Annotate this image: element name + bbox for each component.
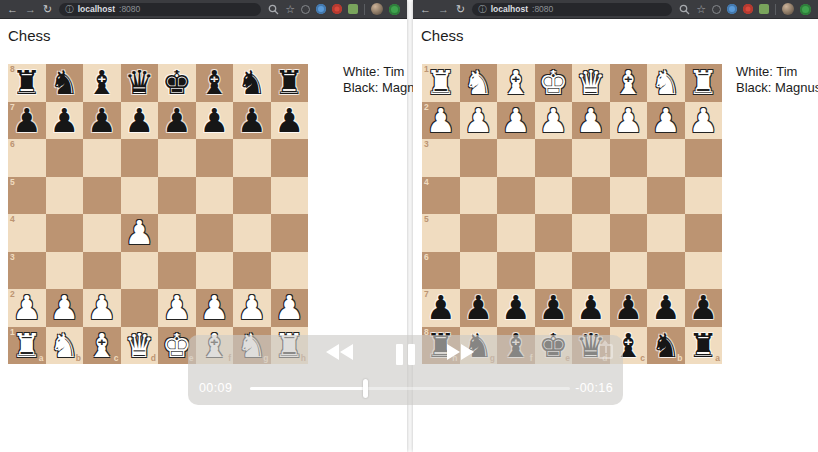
square-b8[interactable]: ♞ [46,64,84,102]
square-f4[interactable] [497,177,535,215]
square-d1[interactable]: ♛ [572,64,610,102]
seek-slider[interactable] [250,387,570,390]
square-e7[interactable]: ♟ [158,102,196,140]
square-a2[interactable]: 2♟ [8,289,46,327]
square-a1[interactable]: ♜ [685,64,723,102]
rank-label: 4 [424,178,429,187]
piece-black-pawn[interactable]: ♟ [196,102,234,140]
white-player-label: White: Tim [736,64,818,80]
square-g7[interactable]: ♟ [233,102,271,140]
square-c4[interactable] [83,214,121,252]
square-b5[interactable] [647,214,685,252]
square-f6[interactable] [196,139,234,177]
square-d4[interactable]: ♟ [121,214,159,252]
piece-black-pawn[interactable]: ♟ [572,289,610,327]
pause-icon [396,344,403,365]
page-title: Chess [8,27,51,44]
piece-white-queen[interactable]: ♛ [572,64,610,102]
square-b8[interactable]: b♞ [647,327,685,365]
square-g4[interactable] [233,214,271,252]
back-button[interactable]: ← [7,0,18,19]
square-f4[interactable] [196,214,234,252]
piece-white-pawn[interactable]: ♟ [460,102,498,140]
search-icon[interactable] [268,4,279,15]
piece-black-knight[interactable]: ♞ [233,64,271,102]
chess-board-black-view[interactable]: 1♜♞♝♚♛♝♞♜2♟♟♟♟♟♟♟♟34567♟♟♟♟♟♟♟♟8h♜g♞f♝e♚… [422,64,722,364]
square-g6[interactable] [460,252,498,290]
square-a8[interactable]: 8♜ [8,64,46,102]
elapsed-time: 00:09 [199,381,232,395]
square-e3[interactable] [158,252,196,290]
forward-button[interactable]: → [25,0,36,19]
profile-avatar[interactable] [782,3,794,15]
piece-white-pawn[interactable]: ♟ [647,102,685,140]
piece-white-pawn[interactable]: ♟ [8,289,46,327]
square-c3[interactable] [610,139,648,177]
piece-black-pawn[interactable]: ♟ [46,102,84,140]
piece-black-rook[interactable]: ♜ [8,64,46,102]
square-a8[interactable]: a♜ [685,327,723,365]
piece-black-pawn[interactable]: ♟ [610,289,648,327]
square-d2[interactable]: ♟ [572,102,610,140]
rank-label: 3 [424,140,429,149]
piece-white-rook[interactable]: ♜ [422,64,460,102]
piece-black-rook[interactable]: ♜ [685,327,723,365]
square-c3[interactable] [83,252,121,290]
square-c1[interactable]: c♝ [83,327,121,365]
square-a7[interactable]: 7♟ [8,102,46,140]
square-b2[interactable]: ♟ [647,102,685,140]
square-d5[interactable] [572,214,610,252]
square-d6[interactable] [121,139,159,177]
playback-slider-row: 00:09 -00:16 [188,379,623,401]
square-f7[interactable]: ♟ [196,102,234,140]
seek-fill [250,387,365,390]
black-player-label: Black: Magnus [736,80,818,96]
square-a5[interactable] [685,214,723,252]
piece-white-pawn[interactable]: ♟ [610,102,648,140]
piece-black-queen[interactable]: ♛ [121,64,159,102]
piece-white-knight[interactable]: ♞ [647,64,685,102]
remaining-time: -00:16 [575,381,613,395]
rank-label: 4 [10,215,15,224]
piece-white-king[interactable]: ♚ [535,64,573,102]
piece-white-pawn[interactable]: ♟ [83,289,121,327]
fast-forward-icon [447,344,460,360]
square-e3[interactable] [535,139,573,177]
piece-white-pawn[interactable]: ♟ [196,289,234,327]
browser-toolbar: ← → ↻ ⓘ localhost:8080 ☆ [0,0,407,19]
square-e4[interactable] [158,214,196,252]
extension-red-icon[interactable] [743,4,753,14]
piece-black-pawn[interactable]: ♟ [422,289,460,327]
fast-forward-button[interactable] [446,344,474,360]
piece-black-pawn[interactable]: ♟ [685,289,723,327]
bookmark-star-icon[interactable]: ☆ [696,0,706,19]
player-names: White: Tim Black: Magnus [736,64,818,96]
piece-black-pawn[interactable]: ♟ [647,289,685,327]
square-h5[interactable]: 5 [422,214,460,252]
piece-white-pawn[interactable]: ♟ [271,289,309,327]
square-c2[interactable]: ♟ [610,102,648,140]
chess-board-white-view[interactable]: 8♜♞♝♛♚♝♞♜7♟♟♟♟♟♟♟♟654♟32♟♟♟♟♟♟♟1a♜b♞c♝d♛… [8,64,308,364]
rewind-icon [340,344,353,360]
url-port: :8080 [532,4,553,14]
piece-black-pawn[interactable]: ♟ [8,102,46,140]
square-a4[interactable] [685,177,723,215]
piece-white-knight[interactable]: ♞ [460,64,498,102]
square-e7[interactable]: ♟ [535,289,573,327]
extension-green-icon[interactable] [348,4,358,14]
rank-label: 5 [10,178,15,187]
square-e5[interactable] [158,177,196,215]
square-g2[interactable]: ♟ [233,289,271,327]
piece-white-pawn[interactable]: ♟ [233,289,271,327]
piece-black-pawn[interactable]: ♟ [158,102,196,140]
square-f5[interactable] [196,177,234,215]
share-button[interactable] [598,342,613,359]
square-f2[interactable]: ♟ [196,289,234,327]
piece-black-knight[interactable]: ♞ [46,64,84,102]
extension-gray-icon[interactable] [301,5,310,14]
square-d1[interactable]: d♛ [121,327,159,365]
extension-gray-icon[interactable] [712,5,721,14]
square-h3[interactable] [271,252,309,290]
bookmark-star-icon[interactable]: ☆ [285,0,295,19]
square-f8[interactable]: ♝ [196,64,234,102]
extension-red-icon[interactable] [332,4,342,14]
square-h7[interactable]: 7♟ [422,289,460,327]
square-b7[interactable]: ♟ [46,102,84,140]
square-b6[interactable] [46,139,84,177]
square-a6[interactable]: 6 [8,139,46,177]
piece-white-pawn[interactable]: ♟ [158,289,196,327]
square-d8[interactable]: ♛ [121,64,159,102]
square-b6[interactable] [647,252,685,290]
piece-black-pawn[interactable]: ♟ [83,102,121,140]
square-a4[interactable]: 4 [8,214,46,252]
reload-button[interactable]: ↻ [456,0,465,19]
square-b5[interactable] [46,177,84,215]
square-b1[interactable]: ♞ [647,64,685,102]
slider-handle[interactable] [363,379,368,398]
pause-button[interactable] [396,344,415,365]
piece-white-pawn[interactable]: ♟ [497,102,535,140]
square-e2[interactable]: ♟ [158,289,196,327]
piece-white-pawn[interactable]: ♟ [572,102,610,140]
piece-black-knight[interactable]: ♞ [647,327,685,365]
square-b2[interactable]: ♟ [46,289,84,327]
square-e8[interactable]: ♚ [158,64,196,102]
square-b1[interactable]: b♞ [46,327,84,365]
square-g6[interactable] [233,139,271,177]
square-h8[interactable]: ♜ [271,64,309,102]
square-d4[interactable] [572,177,610,215]
square-e5[interactable] [535,214,573,252]
square-c5[interactable] [610,214,648,252]
piece-black-rook[interactable]: ♜ [271,64,309,102]
square-h6[interactable] [271,139,309,177]
piece-black-bishop[interactable]: ♝ [83,64,121,102]
square-c4[interactable] [610,177,648,215]
square-h2[interactable]: ♟ [271,289,309,327]
toolbar-icon-cluster: ☆ [679,0,811,19]
rank-label: 3 [10,253,15,262]
piece-white-rook[interactable]: ♜ [685,64,723,102]
rank-label: 6 [424,253,429,262]
square-a3[interactable]: 3 [8,252,46,290]
square-c7[interactable]: ♟ [83,102,121,140]
square-h3[interactable]: 3 [422,139,460,177]
square-b4[interactable] [647,177,685,215]
piece-black-pawn[interactable]: ♟ [460,289,498,327]
rank-label: 6 [10,140,15,149]
piece-white-pawn[interactable]: ♟ [685,102,723,140]
square-a1[interactable]: 1a♜ [8,327,46,365]
piece-black-pawn[interactable]: ♟ [497,289,535,327]
square-g1[interactable]: ♞ [460,64,498,102]
square-d7[interactable]: ♟ [572,289,610,327]
page-title: Chess [421,27,464,44]
square-d2[interactable] [121,289,159,327]
extension-blue-icon[interactable] [316,4,326,14]
square-g8[interactable]: ♞ [233,64,271,102]
square-g5[interactable] [233,177,271,215]
piece-white-pawn[interactable]: ♟ [121,214,159,252]
square-c7[interactable]: ♟ [610,289,648,327]
address-bar[interactable]: ⓘ localhost:8080 [472,3,672,16]
piece-white-bishop[interactable]: ♝ [83,327,121,365]
square-e6[interactable] [158,139,196,177]
extension-blue-icon[interactable] [727,4,737,14]
video-player-overlay: 00:09 -00:16 [188,335,623,405]
piece-white-rook[interactable]: ♜ [8,327,46,365]
piece-white-bishop[interactable]: ♝ [497,64,535,102]
piece-white-queen[interactable]: ♛ [121,327,159,365]
square-b3[interactable] [647,139,685,177]
square-b7[interactable]: ♟ [647,289,685,327]
square-c8[interactable]: ♝ [83,64,121,102]
toolbar-icon-cluster: ☆ [268,0,400,19]
square-f5[interactable] [497,214,535,252]
square-f2[interactable]: ♟ [497,102,535,140]
square-e1[interactable]: ♚ [535,64,573,102]
browser-toolbar: ← → ↻ ⓘ localhost:8080 ☆ [413,0,818,19]
piece-black-pawn[interactable]: ♟ [121,102,159,140]
share-icon [602,340,608,344]
square-h4[interactable]: 4 [422,177,460,215]
square-a7[interactable]: ♟ [685,289,723,327]
account-green-icon[interactable] [389,4,400,15]
square-e2[interactable]: ♟ [535,102,573,140]
square-d7[interactable]: ♟ [121,102,159,140]
square-c6[interactable] [610,252,648,290]
square-f3[interactable] [497,139,535,177]
piece-white-pawn[interactable]: ♟ [422,102,460,140]
square-f7[interactable]: ♟ [497,289,535,327]
square-g2[interactable]: ♟ [460,102,498,140]
piece-black-pawn[interactable]: ♟ [535,289,573,327]
square-f6[interactable] [497,252,535,290]
rank-label: 5 [424,215,429,224]
square-d3[interactable] [572,139,610,177]
page-info-icon[interactable]: ⓘ [65,3,74,16]
square-d6[interactable] [572,252,610,290]
piece-white-knight[interactable]: ♞ [46,327,84,365]
square-d3[interactable] [121,252,159,290]
address-bar[interactable]: ⓘ localhost:8080 [59,3,261,16]
fast-forward-icon [461,344,474,360]
piece-white-bishop[interactable]: ♝ [610,64,648,102]
extension-green-icon[interactable] [759,4,769,14]
square-b4[interactable] [46,214,84,252]
piece-white-pawn[interactable]: ♟ [46,289,84,327]
square-f1[interactable]: ♝ [497,64,535,102]
square-c2[interactable]: ♟ [83,289,121,327]
profile-avatar[interactable] [371,3,383,15]
rewind-icon [326,344,339,360]
search-icon[interactable] [679,4,690,15]
square-a5[interactable]: 5 [8,177,46,215]
square-c5[interactable] [83,177,121,215]
square-h7[interactable]: ♟ [271,102,309,140]
square-h6[interactable]: 6 [422,252,460,290]
back-button[interactable]: ← [420,0,431,19]
page-info-icon[interactable]: ⓘ [478,3,487,16]
account-green-icon[interactable] [800,4,811,15]
square-a6[interactable] [685,252,723,290]
square-g3[interactable] [233,252,271,290]
forward-button[interactable]: → [438,0,449,19]
piece-black-bishop[interactable]: ♝ [196,64,234,102]
square-c6[interactable] [83,139,121,177]
square-h1[interactable]: 1♜ [422,64,460,102]
url-host: localhost [78,4,115,14]
square-g4[interactable] [460,177,498,215]
square-d5[interactable] [121,177,159,215]
url-host: localhost [491,4,528,14]
url-port: :8080 [119,4,140,14]
toolbar-divider [364,4,365,15]
reload-button[interactable]: ↻ [43,0,52,19]
piece-black-pawn[interactable]: ♟ [271,102,309,140]
square-h4[interactable] [271,214,309,252]
square-c1[interactable]: ♝ [610,64,648,102]
piece-black-king[interactable]: ♚ [158,64,196,102]
square-h5[interactable] [271,177,309,215]
square-g5[interactable] [460,214,498,252]
square-h2[interactable]: 2♟ [422,102,460,140]
square-a3[interactable] [685,139,723,177]
rewind-button[interactable] [326,344,354,360]
square-e4[interactable] [535,177,573,215]
piece-white-pawn[interactable]: ♟ [535,102,573,140]
square-b3[interactable] [46,252,84,290]
square-g7[interactable]: ♟ [460,289,498,327]
square-e6[interactable] [535,252,573,290]
piece-black-pawn[interactable]: ♟ [233,102,271,140]
pause-icon [408,344,415,365]
square-g3[interactable] [460,139,498,177]
square-f3[interactable] [196,252,234,290]
square-a2[interactable]: ♟ [685,102,723,140]
toolbar-divider [775,4,776,15]
